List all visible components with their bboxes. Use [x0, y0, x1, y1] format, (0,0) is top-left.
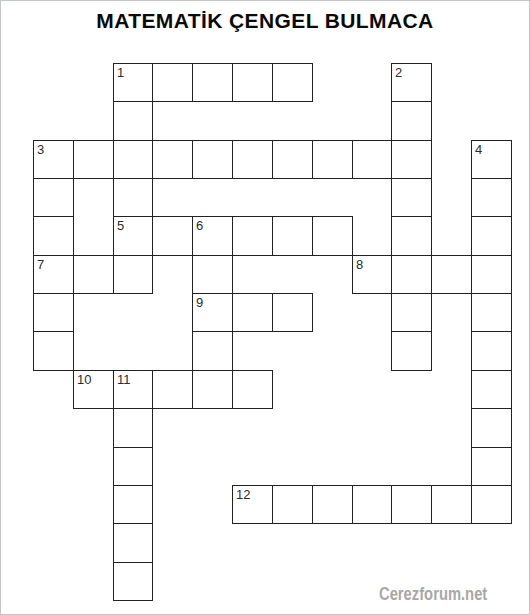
cell-r2c7[interactable]: [312, 140, 353, 179]
cell-r6c9[interactable]: [391, 293, 432, 332]
cell-r4c6[interactable]: [272, 216, 313, 256]
cell-r5c4[interactable]: [192, 255, 233, 294]
cell-r9c11[interactable]: [471, 408, 512, 448]
puzzle-page: MATEMATİK ÇENGEL BULMACA 123456789101112…: [0, 0, 530, 615]
cell-r3c11[interactable]: [471, 178, 512, 217]
cell-r7c4[interactable]: [192, 331, 233, 371]
cell-r5c2[interactable]: [113, 255, 153, 294]
clue-number-9: 9: [193, 294, 232, 309]
cell-r1c2[interactable]: [113, 101, 153, 141]
cell-r4c7[interactable]: [312, 216, 353, 256]
cell-r2c9[interactable]: [391, 140, 432, 179]
cell-r0c6[interactable]: [272, 63, 313, 102]
cell-r0c4[interactable]: [192, 63, 233, 102]
clue-number-6: 6: [193, 217, 232, 232]
cell-r2c4[interactable]: [192, 140, 233, 179]
cell-r5c8[interactable]: 8: [352, 255, 392, 294]
clue-number-8: 8: [353, 256, 391, 271]
clue-number-2: 2: [392, 64, 431, 79]
cell-r3c2[interactable]: [113, 178, 153, 217]
cell-r7c11[interactable]: [471, 331, 512, 371]
cell-r4c0[interactable]: [33, 216, 74, 256]
clue-number-5: 5: [114, 217, 152, 232]
cell-r2c5[interactable]: [232, 140, 273, 179]
cell-r0c5[interactable]: [232, 63, 273, 102]
cell-r11c5[interactable]: 12: [232, 485, 273, 524]
cell-r4c3[interactable]: [152, 216, 193, 256]
cell-r13c2[interactable]: [113, 562, 153, 601]
cell-r0c9[interactable]: 2: [391, 63, 432, 102]
cell-r11c10[interactable]: [431, 485, 472, 524]
cell-r2c2[interactable]: [113, 140, 153, 179]
cell-r0c2[interactable]: 1: [113, 63, 153, 102]
cell-r7c0[interactable]: [33, 331, 74, 371]
cell-r5c1[interactable]: [73, 255, 114, 294]
cell-r3c1[interactable]: [73, 178, 114, 256]
cell-r2c0[interactable]: 3: [33, 140, 74, 179]
cell-r4c11[interactable]: [471, 216, 512, 256]
cell-r6c5[interactable]: [232, 293, 273, 332]
cell-r0c3[interactable]: [152, 63, 193, 102]
cell-r5c0[interactable]: 7: [33, 255, 74, 294]
cell-r3c9[interactable]: [391, 178, 432, 217]
cell-r2c6[interactable]: [272, 140, 313, 179]
clue-number-10: 10: [74, 371, 113, 386]
cell-r4c4[interactable]: 6: [192, 216, 233, 256]
cell-r6c11[interactable]: [471, 293, 512, 332]
cell-r12c2[interactable]: [113, 523, 153, 563]
cell-r11c9[interactable]: [391, 485, 432, 524]
cell-r6c6[interactable]: [272, 293, 313, 332]
cell-r11c11[interactable]: [471, 485, 512, 524]
cell-r4c5[interactable]: [232, 216, 273, 256]
clue-number-12: 12: [233, 486, 272, 501]
cell-r8c11[interactable]: [471, 370, 512, 409]
cell-r10c2[interactable]: [113, 447, 153, 486]
cell-r4c9[interactable]: [391, 216, 432, 256]
cell-r11c6[interactable]: [272, 485, 313, 524]
cell-r6c0[interactable]: [33, 293, 74, 332]
cell-r8c4[interactable]: [192, 370, 233, 409]
cell-r8c5[interactable]: [232, 370, 273, 409]
clue-number-4: 4: [472, 141, 511, 156]
cell-r7c9[interactable]: [391, 331, 432, 371]
clue-number-3: 3: [34, 141, 73, 156]
watermark: Cerezforum.net: [379, 584, 487, 605]
cell-r11c8[interactable]: [352, 485, 392, 524]
clue-number-1: 1: [114, 64, 152, 79]
cell-r2c8[interactable]: [352, 140, 392, 179]
cell-r11c7[interactable]: [312, 485, 353, 524]
cell-r6c4[interactable]: 9: [192, 293, 233, 332]
cell-r2c11[interactable]: 4: [471, 140, 512, 179]
crossword-grid: 123456789101112: [1, 1, 529, 614]
cell-r5c11[interactable]: [471, 255, 512, 294]
clue-number-11: 11: [114, 371, 152, 386]
cell-r5c10[interactable]: [431, 255, 472, 294]
cell-r4c2[interactable]: 5: [113, 216, 153, 256]
cell-r11c2[interactable]: [113, 485, 153, 524]
cell-r3c0[interactable]: [33, 178, 74, 217]
cell-r9c2[interactable]: [113, 408, 153, 448]
clue-number-7: 7: [34, 256, 73, 271]
cell-r2c1[interactable]: [73, 140, 114, 179]
cell-r8c1[interactable]: 10: [73, 370, 114, 409]
cell-r1c9[interactable]: [391, 101, 432, 141]
cell-r2c3[interactable]: [152, 140, 193, 179]
cell-r5c9[interactable]: [391, 255, 432, 294]
cell-r8c3[interactable]: [152, 370, 193, 409]
cell-r8c2[interactable]: 11: [113, 370, 153, 409]
cell-r10c11[interactable]: [471, 447, 512, 486]
